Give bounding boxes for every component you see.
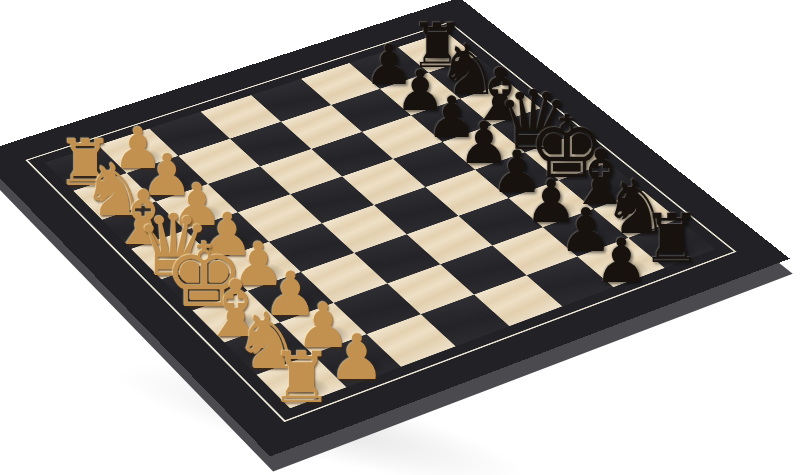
chess-set-photo: ♜♟♞♟♝♟♛♟♟♚♜♟♟♝♞♟♟♞♝♟♟♜♛♟♟♚♟♝♟♞♟♜ bbox=[0, 0, 800, 475]
